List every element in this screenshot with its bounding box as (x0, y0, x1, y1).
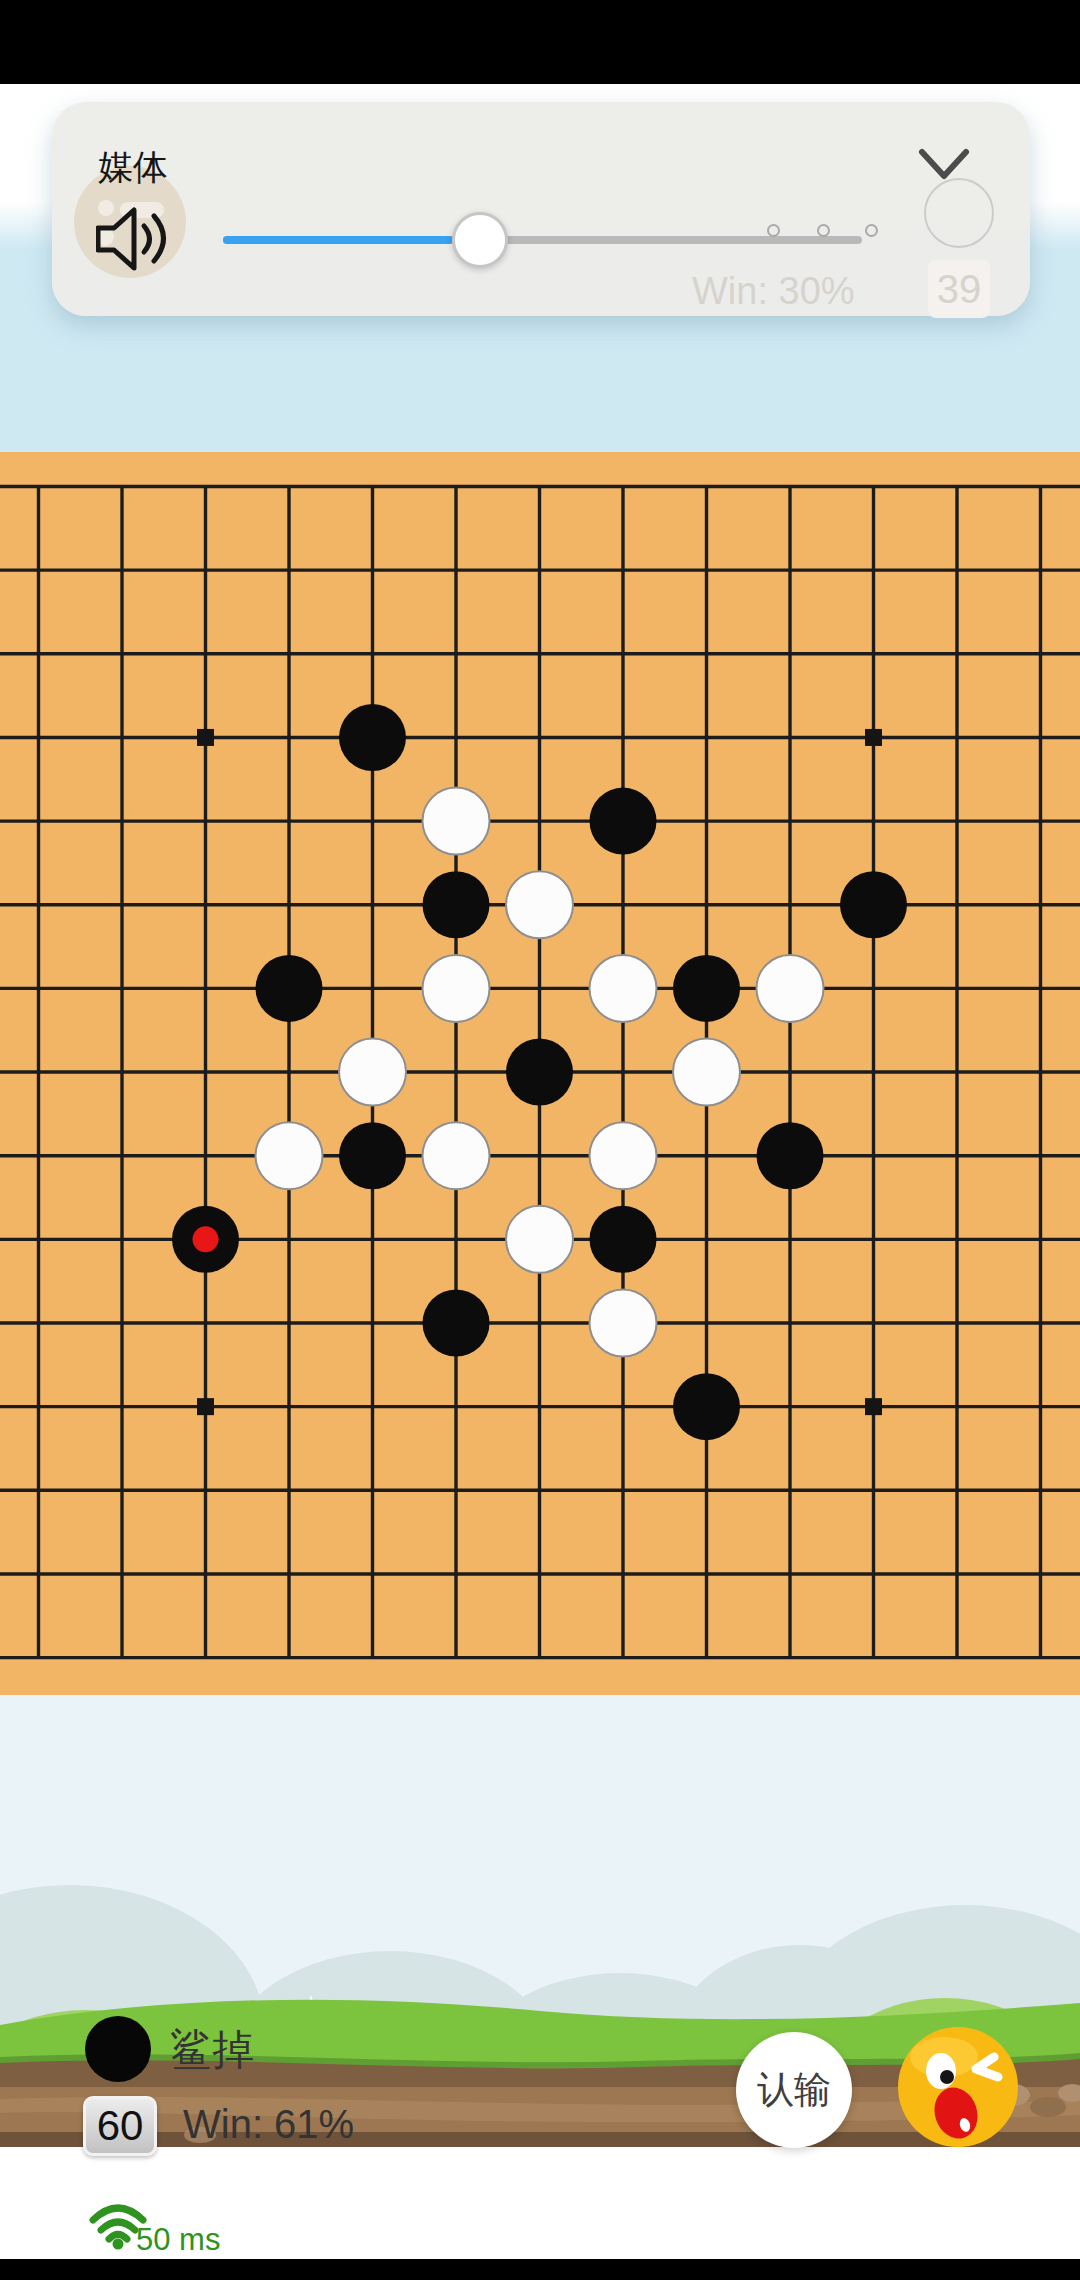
star-point (865, 1398, 882, 1415)
white-stone (757, 955, 824, 1022)
resign-button[interactable]: 认输 (736, 2032, 852, 2148)
media-panel-title: 媒体 (98, 144, 168, 191)
player-win-rate: Win: 61% (183, 2102, 354, 2147)
black-stone (339, 704, 406, 771)
player-timer-badge: 60 (83, 2096, 157, 2156)
black-stone (673, 955, 740, 1022)
status-bar (0, 0, 1080, 84)
white-stone (673, 1039, 740, 1106)
game-board[interactable] (0, 452, 1080, 1695)
player-name: 鲨掉 (170, 2022, 254, 2078)
volume-slider-fill (223, 236, 453, 244)
last-move-marker (193, 1226, 219, 1252)
white-stone (339, 1039, 406, 1106)
opponent-emoji-ghost (924, 178, 994, 248)
player-stone-avatar (85, 2016, 151, 2082)
star-point (197, 729, 214, 746)
black-stone (590, 788, 657, 855)
white-stone (590, 955, 657, 1022)
app-screen: 媒体 Win: 30% 39 鲨掉 60 Win: 61% 认输 (0, 0, 1080, 2280)
volume-slider[interactable] (223, 236, 862, 244)
speaker-icon (96, 206, 170, 274)
black-stone (590, 1206, 657, 1273)
latency-label: 50 ms (136, 2222, 220, 2258)
volume-step-dot (767, 224, 780, 237)
black-stone (840, 871, 907, 938)
black-stone (256, 955, 323, 1022)
winking-emoji-icon (897, 2026, 1019, 2148)
black-stone (673, 1373, 740, 1440)
media-volume-panel: 媒体 Win: 30% 39 (52, 102, 1030, 316)
white-stone (423, 1122, 490, 1189)
white-stone (256, 1122, 323, 1189)
black-stone (339, 1122, 406, 1189)
black-stone (423, 1290, 490, 1357)
opponent-win-rate: Win: 30% (692, 270, 855, 313)
white-stone (590, 1122, 657, 1189)
white-stone (506, 1206, 573, 1273)
volume-step-dot (817, 224, 830, 237)
white-stone (423, 788, 490, 855)
white-stone (506, 871, 573, 938)
star-point (197, 1398, 214, 1415)
emoji-button[interactable] (897, 2026, 1019, 2148)
navigation-bar (0, 2259, 1080, 2280)
white-stone (423, 955, 490, 1022)
board-grid[interactable] (0, 452, 1080, 1695)
black-stone (506, 1039, 573, 1106)
volume-slider-thumb[interactable] (452, 212, 508, 268)
star-point (865, 729, 882, 746)
black-stone (423, 871, 490, 938)
volume-step-dot (865, 224, 878, 237)
white-stone (590, 1290, 657, 1357)
opponent-timer-badge: 39 (928, 260, 990, 318)
black-stone (757, 1122, 824, 1189)
